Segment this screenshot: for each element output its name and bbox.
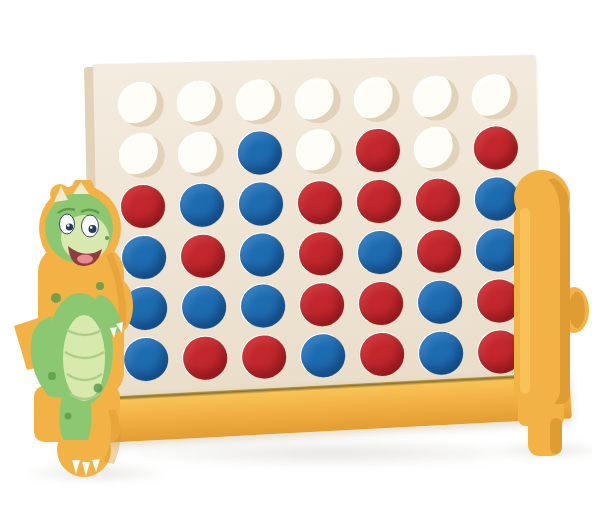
cell-r6c4[interactable] <box>293 330 353 382</box>
cell-r6c6[interactable] <box>411 327 471 379</box>
red-disc <box>358 281 405 327</box>
empty-hole <box>294 78 341 124</box>
cell-r1c5[interactable] <box>347 73 407 125</box>
red-disc-face <box>180 234 225 278</box>
cell-r4c5[interactable] <box>350 226 410 278</box>
blue-disc-face <box>241 284 286 328</box>
blue-disc-face <box>179 183 224 227</box>
floor-shadow <box>110 438 550 468</box>
cell-r2c3[interactable] <box>230 127 290 179</box>
blue-disc-face <box>238 182 283 226</box>
red-disc <box>359 332 406 378</box>
empty-hole <box>295 129 342 175</box>
right-support-highlight <box>520 208 530 394</box>
cell-r2c5[interactable] <box>348 124 408 176</box>
red-disc-face <box>299 232 344 276</box>
blue-disc-face <box>239 233 284 277</box>
blue-disc-face <box>181 285 226 329</box>
empty-hole <box>413 75 460 121</box>
cell-r3c4[interactable] <box>290 177 350 229</box>
blue-disc <box>239 283 286 329</box>
blue-disc <box>300 333 347 379</box>
red-disc-face <box>474 126 519 170</box>
empty-hole <box>118 133 165 179</box>
blue-disc <box>180 284 227 330</box>
cell-r3c5[interactable] <box>349 175 409 227</box>
red-disc-face <box>416 178 461 222</box>
cell-r3c3[interactable] <box>231 178 291 230</box>
cell-r5c5[interactable] <box>351 277 411 329</box>
red-disc <box>415 177 462 223</box>
cell-r6c2[interactable] <box>175 332 235 384</box>
cell-r2c6[interactable] <box>407 123 467 175</box>
blue-disc <box>237 181 284 227</box>
cell-r4c4[interactable] <box>291 228 351 280</box>
cell-r3c2[interactable] <box>172 179 232 231</box>
red-disc <box>181 335 228 381</box>
empty-hole <box>472 74 519 120</box>
red-disc-face <box>300 283 345 327</box>
board-grid <box>92 55 543 396</box>
red-disc <box>355 128 402 174</box>
empty-hole <box>177 131 224 177</box>
cell-r2c2[interactable] <box>171 128 231 180</box>
red-disc-face <box>357 180 402 224</box>
blue-disc <box>236 130 283 176</box>
red-disc-face <box>360 333 405 377</box>
red-disc-face <box>182 336 227 380</box>
blue-disc <box>238 232 285 278</box>
red-disc <box>241 334 288 380</box>
cell-r2c4[interactable] <box>289 126 349 178</box>
red-disc-face <box>297 181 342 225</box>
red-disc-face <box>242 335 287 379</box>
empty-hole <box>176 80 223 126</box>
red-disc-face <box>417 229 462 273</box>
cell-r1c2[interactable] <box>169 77 229 129</box>
blue-disc-face <box>237 131 282 175</box>
cell-r6c5[interactable] <box>352 328 412 380</box>
cell-r3c6[interactable] <box>408 174 468 226</box>
empty-hole <box>353 77 400 123</box>
blue-disc-face <box>418 280 463 324</box>
dinosaur-support-left <box>10 180 142 480</box>
red-disc <box>296 180 343 226</box>
empty-hole <box>235 79 282 125</box>
red-disc <box>416 228 463 274</box>
blue-disc <box>357 230 404 276</box>
cell-r5c2[interactable] <box>174 281 234 333</box>
cell-r4c6[interactable] <box>409 225 469 277</box>
blue-disc-face <box>301 334 346 378</box>
red-disc <box>299 282 346 328</box>
empty-hole <box>117 82 164 128</box>
cell-r1c1[interactable] <box>110 78 170 130</box>
connect-four-board <box>92 55 543 396</box>
blue-disc-face <box>419 331 464 375</box>
cell-r4c3[interactable] <box>232 229 292 281</box>
cell-r1c3[interactable] <box>229 76 289 128</box>
blue-disc <box>418 330 465 376</box>
cell-r5c4[interactable] <box>292 279 352 331</box>
cell-r1c6[interactable] <box>406 72 466 124</box>
cell-r4c2[interactable] <box>173 230 233 282</box>
red-disc <box>473 125 520 171</box>
blue-disc-face <box>358 231 403 275</box>
blue-disc <box>178 182 225 228</box>
dinosaur-support-right <box>502 166 592 458</box>
cell-r5c3[interactable] <box>233 280 293 332</box>
cell-r1c4[interactable] <box>288 75 348 127</box>
red-disc <box>356 179 403 225</box>
cell-r5c6[interactable] <box>410 276 470 328</box>
empty-hole <box>414 126 461 172</box>
red-disc-face <box>359 282 404 326</box>
connect-four-toy-scene <box>0 0 592 518</box>
red-disc-face <box>356 129 401 173</box>
cell-r2c1[interactable] <box>111 129 171 181</box>
red-disc <box>179 233 226 279</box>
cell-r1c7[interactable] <box>465 71 525 123</box>
cell-r6c3[interactable] <box>234 331 294 383</box>
red-disc <box>298 231 345 277</box>
blue-disc <box>417 279 464 325</box>
